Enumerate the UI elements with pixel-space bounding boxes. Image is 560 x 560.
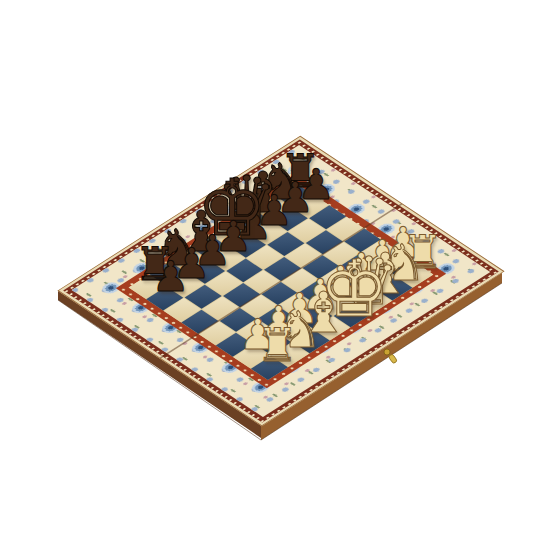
piece-black-pawn[interactable]: ♟ xyxy=(152,256,178,298)
piece-white-rook[interactable]: ♜ xyxy=(257,322,283,368)
product-photo-stage: ♜♟♟♜♞♟♟♞♝♟♟♝♛♟♟♛♚♟♟♚♝♟♟♝♞♟♟♞♜♟♟♜ xyxy=(0,0,560,560)
